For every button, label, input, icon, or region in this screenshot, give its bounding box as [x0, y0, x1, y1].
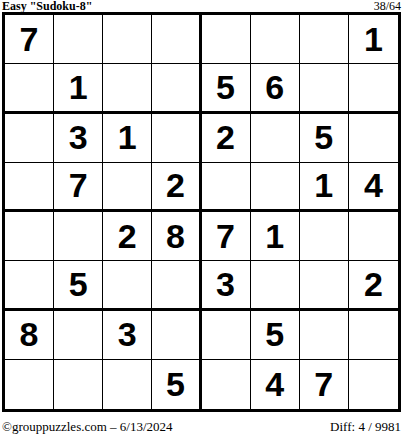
sudoku-cell-empty[interactable]: [349, 311, 398, 360]
sudoku-cell-given: 2: [152, 163, 201, 212]
sudoku-cell-given: 1: [103, 114, 152, 163]
sudoku-cell-empty[interactable]: [251, 114, 300, 163]
sudoku-cell-empty[interactable]: [5, 212, 54, 261]
sudoku-cell-given: 2: [103, 212, 152, 261]
sudoku-cell-empty[interactable]: [5, 163, 54, 212]
sudoku-cell-given: 5: [152, 360, 201, 409]
sudoku-cell-given: 5: [202, 64, 251, 113]
sudoku-cell-empty[interactable]: [103, 64, 152, 113]
sudoku-cell-empty[interactable]: [54, 360, 103, 409]
sudoku-cell-given: 6: [251, 64, 300, 113]
empty-cell-counter: 38/64: [374, 0, 401, 12]
sudoku-cell-given: 5: [54, 261, 103, 310]
sudoku-cell-empty[interactable]: [349, 360, 398, 409]
sudoku-cell-empty[interactable]: [202, 163, 251, 212]
header: Easy "Sudoku-8" 38/64: [2, 0, 401, 12]
puzzle-title: Easy "Sudoku-8": [2, 0, 92, 12]
sudoku-cell-empty[interactable]: [349, 212, 398, 261]
sudoku-cell-given: 1: [251, 212, 300, 261]
sudoku-cell-empty[interactable]: [152, 64, 201, 113]
sudoku-cell-empty[interactable]: [5, 64, 54, 113]
sudoku-cell-given: 7: [202, 212, 251, 261]
sudoku-cell-empty[interactable]: [251, 15, 300, 64]
sudoku-cell-empty[interactable]: [5, 261, 54, 310]
sudoku-board: 71156312572142871532835547: [2, 12, 401, 412]
sudoku-cell-empty[interactable]: [103, 15, 152, 64]
sudoku-cell-empty[interactable]: [152, 261, 201, 310]
sudoku-cell-empty[interactable]: [103, 163, 152, 212]
sudoku-cell-given: 5: [300, 114, 349, 163]
sudoku-cell-empty[interactable]: [54, 212, 103, 261]
sudoku-cell-given: 4: [251, 360, 300, 409]
sudoku-cell-empty[interactable]: [152, 15, 201, 64]
sudoku-cell-empty[interactable]: [349, 114, 398, 163]
sudoku-cell-empty[interactable]: [300, 212, 349, 261]
sudoku-cell-empty[interactable]: [251, 261, 300, 310]
sudoku-cell-empty[interactable]: [300, 261, 349, 310]
puzzle-page: Easy "Sudoku-8" 38/64 711563125721428715…: [0, 0, 403, 437]
sudoku-cell-empty[interactable]: [251, 163, 300, 212]
sudoku-cell-empty[interactable]: [54, 15, 103, 64]
sudoku-cell-empty[interactable]: [202, 15, 251, 64]
sudoku-cell-empty[interactable]: [5, 114, 54, 163]
sudoku-cell-empty[interactable]: [54, 311, 103, 360]
sudoku-cell-given: 7: [5, 15, 54, 64]
sudoku-cell-empty[interactable]: [300, 64, 349, 113]
sudoku-cell-given: 7: [300, 360, 349, 409]
sudoku-cell-empty[interactable]: [103, 261, 152, 310]
sudoku-cell-given: 1: [349, 15, 398, 64]
sudoku-cell-given: 1: [54, 64, 103, 113]
copyright-date-text: ©grouppuzzles.com – 6/13/2024: [2, 420, 173, 434]
sudoku-cell-empty[interactable]: [202, 360, 251, 409]
sudoku-cell-empty[interactable]: [103, 360, 152, 409]
sudoku-cell-given: 8: [5, 311, 54, 360]
sudoku-cell-given: 2: [202, 114, 251, 163]
sudoku-cell-given: 4: [349, 163, 398, 212]
sudoku-cell-given: 1: [300, 163, 349, 212]
sudoku-cell-empty[interactable]: [349, 64, 398, 113]
sudoku-cell-empty[interactable]: [152, 311, 201, 360]
sudoku-cell-given: 8: [152, 212, 201, 261]
sudoku-cell-empty[interactable]: [152, 114, 201, 163]
sudoku-cell-empty[interactable]: [202, 311, 251, 360]
sudoku-cell-given: 7: [54, 163, 103, 212]
sudoku-cell-given: 3: [202, 261, 251, 310]
sudoku-cell-empty[interactable]: [5, 360, 54, 409]
sudoku-cell-given: 5: [251, 311, 300, 360]
sudoku-cell-empty[interactable]: [300, 15, 349, 64]
footer: ©grouppuzzles.com – 6/13/2024 Diff: 4 / …: [2, 420, 401, 434]
sudoku-cell-given: 2: [349, 261, 398, 310]
sudoku-cell-given: 3: [103, 311, 152, 360]
sudoku-cell-given: 3: [54, 114, 103, 163]
difficulty-text: Diff: 4 / 9981: [330, 420, 401, 434]
sudoku-cell-empty[interactable]: [300, 311, 349, 360]
